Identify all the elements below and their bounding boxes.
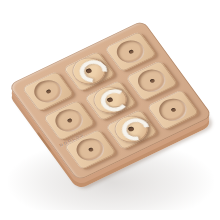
treat-recess xyxy=(112,36,150,66)
treat-hole xyxy=(45,89,51,94)
puzzle-disc[interactable] xyxy=(66,53,111,90)
treat-hole xyxy=(66,118,72,123)
treat-recess xyxy=(29,76,67,106)
treat-hole xyxy=(149,78,155,83)
treat-recess xyxy=(154,95,192,125)
treat-hole xyxy=(127,49,133,54)
puzzle-disc[interactable] xyxy=(109,111,154,148)
rope-handle-icon xyxy=(117,114,155,144)
treat-hole xyxy=(87,147,93,152)
product-photo-stage: DOGLOS xyxy=(0,0,220,220)
treat-hole xyxy=(170,107,176,112)
puzzle-disc[interactable] xyxy=(87,82,132,119)
rope-handle-icon xyxy=(99,87,131,113)
treat-recess xyxy=(133,65,171,95)
rope-handle-icon xyxy=(74,56,113,87)
